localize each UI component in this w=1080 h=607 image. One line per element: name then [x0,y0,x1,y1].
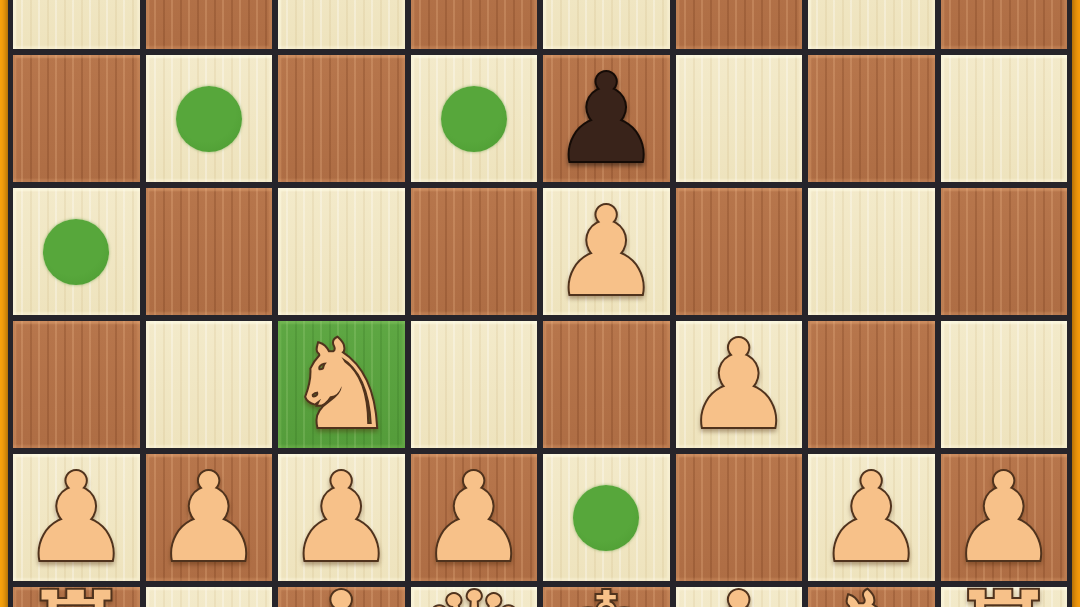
square-g4[interactable] [808,188,935,315]
square-d1[interactable]: ♛ [411,587,538,607]
white-pawn[interactable]: ♟ [287,457,396,579]
square-e6[interactable] [543,0,670,49]
white-knight[interactable]: ♞ [817,576,926,607]
white-pawn[interactable]: ♟ [552,191,661,313]
square-f5[interactable] [676,55,803,182]
square-c4[interactable] [278,188,405,315]
square-c2[interactable]: ♟ [278,454,405,581]
square-a4[interactable] [13,188,140,315]
square-h4[interactable] [941,188,1068,315]
white-knight[interactable]: ♞ [287,324,396,446]
move-hint-dot-b5[interactable] [176,86,242,152]
white-pawn[interactable]: ♟ [817,457,926,579]
square-f2[interactable] [676,454,803,581]
square-a1[interactable]: ♜ [13,587,140,607]
square-e1[interactable]: ♚ [543,587,670,607]
square-h5[interactable] [941,55,1068,182]
square-e5[interactable]: ♟ [543,55,670,182]
square-g2[interactable]: ♟ [808,454,935,581]
square-a3[interactable] [13,321,140,448]
square-d5[interactable] [411,55,538,182]
square-h3[interactable] [941,321,1068,448]
square-e4[interactable]: ♟ [543,188,670,315]
square-d4[interactable] [411,188,538,315]
square-c6[interactable] [278,0,405,49]
square-e3[interactable] [543,321,670,448]
white-pawn[interactable]: ♟ [154,457,263,579]
white-pawn[interactable]: ♟ [684,324,793,446]
white-pawn[interactable]: ♟ [949,457,1058,579]
white-queen[interactable]: ♛ [419,576,528,607]
square-g1[interactable]: ♞ [808,587,935,607]
board-frame: ♟♟♞♟♟♟♟♟♟♟♜♝♛♚♝♞♜ [0,0,1080,607]
square-b5[interactable] [146,55,273,182]
black-pawn[interactable]: ♟ [552,58,661,180]
white-bishop[interactable]: ♝ [287,576,396,607]
square-c3[interactable]: ♞ [278,321,405,448]
square-b2[interactable]: ♟ [146,454,273,581]
white-king[interactable]: ♚ [552,576,661,607]
square-h1[interactable]: ♜ [941,587,1068,607]
square-f6[interactable] [676,0,803,49]
square-c1[interactable]: ♝ [278,587,405,607]
square-d6[interactable] [411,0,538,49]
square-d2[interactable]: ♟ [411,454,538,581]
square-f4[interactable] [676,188,803,315]
square-b1[interactable] [146,587,273,607]
white-pawn[interactable]: ♟ [22,457,131,579]
square-e2[interactable] [543,454,670,581]
square-f3[interactable]: ♟ [676,321,803,448]
square-g6[interactable] [808,0,935,49]
square-c5[interactable] [278,55,405,182]
chess-board: ♟♟♞♟♟♟♟♟♟♟♜♝♛♚♝♞♜ [8,0,1072,607]
white-rook[interactable]: ♜ [949,576,1058,607]
move-hint-dot-e2[interactable] [573,485,639,551]
square-f1[interactable]: ♝ [676,587,803,607]
square-b3[interactable] [146,321,273,448]
square-b4[interactable] [146,188,273,315]
square-g3[interactable] [808,321,935,448]
square-h2[interactable]: ♟ [941,454,1068,581]
move-hint-dot-d5[interactable] [441,86,507,152]
white-pawn[interactable]: ♟ [419,457,528,579]
square-a6[interactable] [13,0,140,49]
white-bishop[interactable]: ♝ [684,576,793,607]
white-rook[interactable]: ♜ [22,576,131,607]
square-a2[interactable]: ♟ [13,454,140,581]
square-b6[interactable] [146,0,273,49]
square-g5[interactable] [808,55,935,182]
move-hint-dot-a4[interactable] [43,219,109,285]
square-d3[interactable] [411,321,538,448]
square-h6[interactable] [941,0,1068,49]
square-a5[interactable] [13,55,140,182]
